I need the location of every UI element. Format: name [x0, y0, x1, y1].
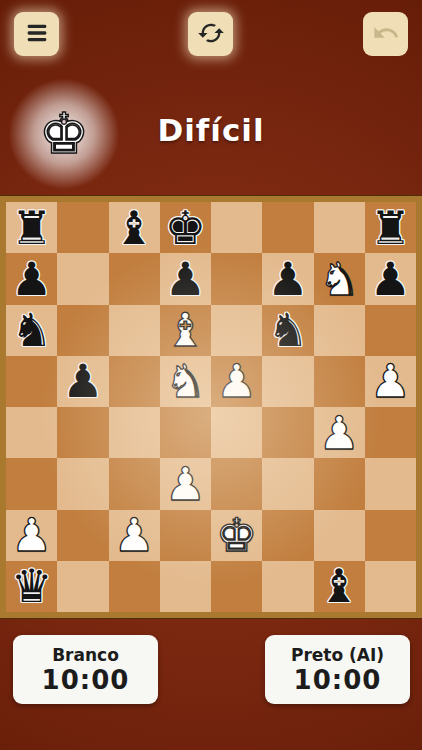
square-b7[interactable]	[57, 253, 108, 304]
square-a8[interactable]: ♜	[6, 202, 57, 253]
square-c6[interactable]	[109, 305, 160, 356]
square-h2[interactable]	[365, 510, 416, 561]
square-g8[interactable]	[314, 202, 365, 253]
square-h8[interactable]: ♜	[365, 202, 416, 253]
square-c2[interactable]: ♟	[109, 510, 160, 561]
square-d1[interactable]	[160, 561, 211, 612]
black-knight-f6[interactable]: ♞	[267, 307, 308, 353]
square-h3[interactable]	[365, 458, 416, 509]
square-d7[interactable]: ♟	[160, 253, 211, 304]
square-f6[interactable]: ♞	[262, 305, 313, 356]
square-h1[interactable]	[365, 561, 416, 612]
white-clock: Branco 10:00	[13, 635, 158, 704]
square-c3[interactable]	[109, 458, 160, 509]
square-b4[interactable]	[57, 407, 108, 458]
square-b8[interactable]	[57, 202, 108, 253]
black-bishop-g1[interactable]: ♝	[319, 563, 360, 609]
square-e4[interactable]	[211, 407, 262, 458]
square-b6[interactable]	[57, 305, 108, 356]
square-a4[interactable]	[6, 407, 57, 458]
black-pawn-d7[interactable]: ♟	[165, 256, 206, 302]
restart-button[interactable]	[188, 12, 233, 56]
square-a5[interactable]	[6, 356, 57, 407]
square-f3[interactable]	[262, 458, 313, 509]
square-g6[interactable]	[314, 305, 365, 356]
square-b1[interactable]	[57, 561, 108, 612]
white-pawn-d3[interactable]: ♟	[165, 461, 206, 507]
square-f8[interactable]	[262, 202, 313, 253]
black-clock-label: Preto (AI)	[291, 645, 384, 665]
square-f2[interactable]	[262, 510, 313, 561]
square-d8[interactable]: ♚	[160, 202, 211, 253]
square-a7[interactable]: ♟	[6, 253, 57, 304]
square-a2[interactable]: ♟	[6, 510, 57, 561]
white-pawn-a2[interactable]: ♟	[11, 512, 52, 558]
black-knight-a6[interactable]: ♞	[11, 307, 52, 353]
square-c4[interactable]	[109, 407, 160, 458]
square-b3[interactable]	[57, 458, 108, 509]
square-h6[interactable]	[365, 305, 416, 356]
hamburger-menu-icon	[23, 19, 51, 50]
square-e1[interactable]	[211, 561, 262, 612]
chess-board: ♜♝♚♜♟♟♟♞♟♞♝♞♟♞♟♟♟♟♟♟♚♛♝	[0, 196, 422, 618]
square-a3[interactable]	[6, 458, 57, 509]
square-b2[interactable]	[57, 510, 108, 561]
white-pawn-h5[interactable]: ♟	[370, 358, 411, 404]
square-g4[interactable]: ♟	[314, 407, 365, 458]
square-c8[interactable]: ♝	[109, 202, 160, 253]
black-pawn-a7[interactable]: ♟	[11, 256, 52, 302]
square-g1[interactable]: ♝	[314, 561, 365, 612]
black-pawn-b5[interactable]: ♟	[62, 358, 103, 404]
square-a6[interactable]: ♞	[6, 305, 57, 356]
square-g5[interactable]	[314, 356, 365, 407]
menu-button[interactable]	[14, 12, 59, 56]
square-d6[interactable]: ♝	[160, 305, 211, 356]
square-h5[interactable]: ♟	[365, 356, 416, 407]
white-pawn-g4[interactable]: ♟	[319, 410, 360, 456]
black-queen-a1[interactable]: ♛	[11, 563, 52, 609]
black-clock-time: 10:00	[294, 665, 382, 695]
app-screen: ♚ Difícil ♜♝♚♜♟♟♟♞♟♞♝♞♟♞♟♟♟♟♟♟♚♛♝ Branco…	[0, 0, 422, 750]
square-c7[interactable]	[109, 253, 160, 304]
square-f5[interactable]	[262, 356, 313, 407]
square-g7[interactable]: ♞	[314, 253, 365, 304]
square-h7[interactable]: ♟	[365, 253, 416, 304]
square-g3[interactable]	[314, 458, 365, 509]
black-pawn-h7[interactable]: ♟	[370, 256, 411, 302]
black-clock: Preto (AI) 10:00	[265, 635, 410, 704]
square-e7[interactable]	[211, 253, 262, 304]
square-f7[interactable]: ♟	[262, 253, 313, 304]
square-d4[interactable]	[160, 407, 211, 458]
white-king-e2[interactable]: ♚	[216, 512, 257, 558]
white-knight-d5[interactable]: ♞	[165, 358, 206, 404]
white-clock-time: 10:00	[42, 665, 130, 695]
square-a1[interactable]: ♛	[6, 561, 57, 612]
square-d5[interactable]: ♞	[160, 356, 211, 407]
white-pawn-c2[interactable]: ♟	[114, 512, 155, 558]
square-e2[interactable]: ♚	[211, 510, 262, 561]
square-e6[interactable]	[211, 305, 262, 356]
square-g2[interactable]	[314, 510, 365, 561]
square-d3[interactable]: ♟	[160, 458, 211, 509]
black-pawn-f7[interactable]: ♟	[267, 256, 308, 302]
undo-arrow-icon	[372, 19, 400, 50]
square-c1[interactable]	[109, 561, 160, 612]
square-e3[interactable]	[211, 458, 262, 509]
black-rook-a8[interactable]: ♜	[11, 205, 52, 251]
black-king-d8[interactable]: ♚	[165, 205, 206, 251]
white-clock-label: Branco	[52, 645, 119, 665]
square-h4[interactable]	[365, 407, 416, 458]
black-bishop-c8[interactable]: ♝	[114, 205, 155, 251]
square-b5[interactable]: ♟	[57, 356, 108, 407]
square-e8[interactable]	[211, 202, 262, 253]
square-c5[interactable]	[109, 356, 160, 407]
square-f1[interactable]	[262, 561, 313, 612]
white-bishop-d6[interactable]: ♝	[165, 307, 206, 353]
square-e5[interactable]: ♟	[211, 356, 262, 407]
undo-button[interactable]	[363, 12, 408, 56]
white-knight-g7[interactable]: ♞	[319, 256, 360, 302]
square-f4[interactable]	[262, 407, 313, 458]
refresh-sync-icon	[197, 19, 225, 50]
white-pawn-e5[interactable]: ♟	[216, 358, 257, 404]
difficulty-title: Difícil	[0, 112, 422, 148]
square-d2[interactable]	[160, 510, 211, 561]
black-rook-h8[interactable]: ♜	[370, 205, 411, 251]
